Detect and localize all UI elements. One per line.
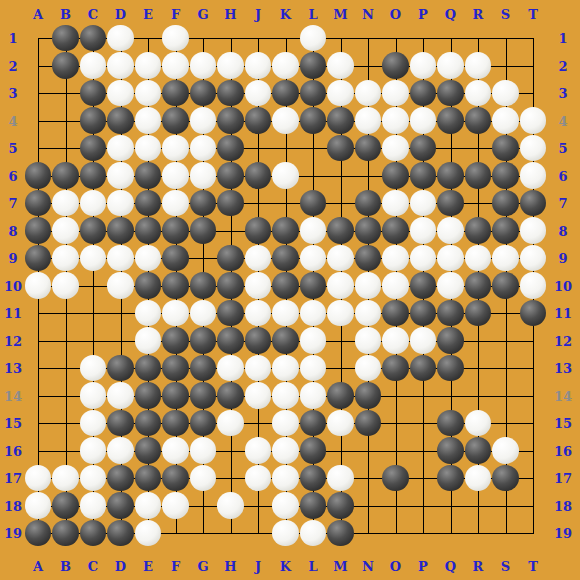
point-N18[interactable] (354, 492, 382, 520)
point-L4[interactable] (299, 107, 327, 135)
point-R7[interactable] (464, 189, 492, 217)
point-F12[interactable] (162, 327, 190, 355)
point-R2[interactable] (464, 52, 492, 80)
point-Q16[interactable] (437, 437, 465, 465)
point-K6[interactable] (272, 162, 300, 190)
point-E6[interactable] (134, 162, 162, 190)
point-R11[interactable] (464, 299, 492, 327)
point-O19[interactable] (382, 519, 410, 547)
point-H17[interactable] (217, 464, 245, 492)
point-O12[interactable] (382, 327, 410, 355)
point-Q11[interactable] (437, 299, 465, 327)
point-Q7[interactable] (437, 189, 465, 217)
point-B5[interactable] (52, 134, 80, 162)
point-B18[interactable] (52, 492, 80, 520)
point-O13[interactable] (382, 354, 410, 382)
point-O5[interactable] (382, 134, 410, 162)
point-Q9[interactable] (437, 244, 465, 272)
point-M8[interactable] (327, 217, 355, 245)
point-R8[interactable] (464, 217, 492, 245)
point-F7[interactable] (162, 189, 190, 217)
point-A18[interactable] (24, 492, 52, 520)
point-G14[interactable] (189, 382, 217, 410)
point-L18[interactable] (299, 492, 327, 520)
point-E15[interactable] (134, 409, 162, 437)
point-Q4[interactable] (437, 107, 465, 135)
point-N6[interactable] (354, 162, 382, 190)
point-B19[interactable] (52, 519, 80, 547)
point-K3[interactable] (272, 79, 300, 107)
point-K12[interactable] (272, 327, 300, 355)
point-D13[interactable] (107, 354, 135, 382)
point-B16[interactable] (52, 437, 80, 465)
point-M6[interactable] (327, 162, 355, 190)
point-R16[interactable] (464, 437, 492, 465)
point-S17[interactable] (492, 464, 520, 492)
point-K13[interactable] (272, 354, 300, 382)
point-S9[interactable] (492, 244, 520, 272)
point-F19[interactable] (162, 519, 190, 547)
point-S11[interactable] (492, 299, 520, 327)
point-S1[interactable] (492, 24, 520, 52)
point-T15[interactable] (519, 409, 547, 437)
point-B4[interactable] (52, 107, 80, 135)
point-O10[interactable] (382, 272, 410, 300)
point-M12[interactable] (327, 327, 355, 355)
point-P10[interactable] (409, 272, 437, 300)
point-S12[interactable] (492, 327, 520, 355)
point-E7[interactable] (134, 189, 162, 217)
point-C16[interactable] (79, 437, 107, 465)
point-B14[interactable] (52, 382, 80, 410)
point-C10[interactable] (79, 272, 107, 300)
point-S4[interactable] (492, 107, 520, 135)
point-D17[interactable] (107, 464, 135, 492)
point-D4[interactable] (107, 107, 135, 135)
point-B9[interactable] (52, 244, 80, 272)
point-E1[interactable] (134, 24, 162, 52)
point-J9[interactable] (244, 244, 272, 272)
point-E8[interactable] (134, 217, 162, 245)
point-N7[interactable] (354, 189, 382, 217)
point-L11[interactable] (299, 299, 327, 327)
point-F3[interactable] (162, 79, 190, 107)
point-T3[interactable] (519, 79, 547, 107)
point-P6[interactable] (409, 162, 437, 190)
point-L5[interactable] (299, 134, 327, 162)
point-D8[interactable] (107, 217, 135, 245)
point-P16[interactable] (409, 437, 437, 465)
point-R4[interactable] (464, 107, 492, 135)
point-J6[interactable] (244, 162, 272, 190)
point-C9[interactable] (79, 244, 107, 272)
point-B11[interactable] (52, 299, 80, 327)
point-M4[interactable] (327, 107, 355, 135)
point-B7[interactable] (52, 189, 80, 217)
point-H2[interactable] (217, 52, 245, 80)
point-N19[interactable] (354, 519, 382, 547)
point-H18[interactable] (217, 492, 245, 520)
point-G5[interactable] (189, 134, 217, 162)
point-K8[interactable] (272, 217, 300, 245)
point-T2[interactable] (519, 52, 547, 80)
point-G8[interactable] (189, 217, 217, 245)
point-N13[interactable] (354, 354, 382, 382)
point-L15[interactable] (299, 409, 327, 437)
point-D19[interactable] (107, 519, 135, 547)
point-F18[interactable] (162, 492, 190, 520)
point-O7[interactable] (382, 189, 410, 217)
point-C2[interactable] (79, 52, 107, 80)
point-T10[interactable] (519, 272, 547, 300)
point-S5[interactable] (492, 134, 520, 162)
point-S2[interactable] (492, 52, 520, 80)
point-S10[interactable] (492, 272, 520, 300)
point-E9[interactable] (134, 244, 162, 272)
point-N12[interactable] (354, 327, 382, 355)
point-P14[interactable] (409, 382, 437, 410)
point-G12[interactable] (189, 327, 217, 355)
point-B8[interactable] (52, 217, 80, 245)
point-J13[interactable] (244, 354, 272, 382)
point-P2[interactable] (409, 52, 437, 80)
point-E12[interactable] (134, 327, 162, 355)
point-G16[interactable] (189, 437, 217, 465)
point-S13[interactable] (492, 354, 520, 382)
point-P19[interactable] (409, 519, 437, 547)
point-R9[interactable] (464, 244, 492, 272)
point-M15[interactable] (327, 409, 355, 437)
point-A8[interactable] (24, 217, 52, 245)
point-M7[interactable] (327, 189, 355, 217)
point-E13[interactable] (134, 354, 162, 382)
point-K16[interactable] (272, 437, 300, 465)
point-O18[interactable] (382, 492, 410, 520)
point-M18[interactable] (327, 492, 355, 520)
point-H5[interactable] (217, 134, 245, 162)
point-Q6[interactable] (437, 162, 465, 190)
point-R6[interactable] (464, 162, 492, 190)
point-D9[interactable] (107, 244, 135, 272)
point-R14[interactable] (464, 382, 492, 410)
point-C13[interactable] (79, 354, 107, 382)
point-T18[interactable] (519, 492, 547, 520)
point-D11[interactable] (107, 299, 135, 327)
point-F8[interactable] (162, 217, 190, 245)
point-T5[interactable] (519, 134, 547, 162)
point-R3[interactable] (464, 79, 492, 107)
point-Q12[interactable] (437, 327, 465, 355)
point-H19[interactable] (217, 519, 245, 547)
point-S15[interactable] (492, 409, 520, 437)
point-A13[interactable] (24, 354, 52, 382)
point-J5[interactable] (244, 134, 272, 162)
point-J15[interactable] (244, 409, 272, 437)
point-A4[interactable] (24, 107, 52, 135)
point-H7[interactable] (217, 189, 245, 217)
point-P7[interactable] (409, 189, 437, 217)
point-R13[interactable] (464, 354, 492, 382)
point-M9[interactable] (327, 244, 355, 272)
point-A5[interactable] (24, 134, 52, 162)
point-S18[interactable] (492, 492, 520, 520)
point-O15[interactable] (382, 409, 410, 437)
point-J1[interactable] (244, 24, 272, 52)
point-J2[interactable] (244, 52, 272, 80)
point-F11[interactable] (162, 299, 190, 327)
point-F14[interactable] (162, 382, 190, 410)
point-G9[interactable] (189, 244, 217, 272)
point-N3[interactable] (354, 79, 382, 107)
point-H12[interactable] (217, 327, 245, 355)
point-R12[interactable] (464, 327, 492, 355)
point-L6[interactable] (299, 162, 327, 190)
point-T6[interactable] (519, 162, 547, 190)
point-B2[interactable] (52, 52, 80, 80)
point-B6[interactable] (52, 162, 80, 190)
point-O17[interactable] (382, 464, 410, 492)
point-N8[interactable] (354, 217, 382, 245)
point-F5[interactable] (162, 134, 190, 162)
point-P4[interactable] (409, 107, 437, 135)
point-C4[interactable] (79, 107, 107, 135)
point-H16[interactable] (217, 437, 245, 465)
point-Q15[interactable] (437, 409, 465, 437)
point-P8[interactable] (409, 217, 437, 245)
point-P5[interactable] (409, 134, 437, 162)
point-M5[interactable] (327, 134, 355, 162)
point-C3[interactable] (79, 79, 107, 107)
point-G18[interactable] (189, 492, 217, 520)
point-A19[interactable] (24, 519, 52, 547)
point-N4[interactable] (354, 107, 382, 135)
point-M3[interactable] (327, 79, 355, 107)
point-J12[interactable] (244, 327, 272, 355)
point-K9[interactable] (272, 244, 300, 272)
point-K17[interactable] (272, 464, 300, 492)
point-P9[interactable] (409, 244, 437, 272)
point-D10[interactable] (107, 272, 135, 300)
point-T13[interactable] (519, 354, 547, 382)
point-Q1[interactable] (437, 24, 465, 52)
point-T11[interactable] (519, 299, 547, 327)
point-C18[interactable] (79, 492, 107, 520)
point-A15[interactable] (24, 409, 52, 437)
point-G11[interactable] (189, 299, 217, 327)
point-M13[interactable] (327, 354, 355, 382)
point-N15[interactable] (354, 409, 382, 437)
point-G10[interactable] (189, 272, 217, 300)
point-B3[interactable] (52, 79, 80, 107)
point-A7[interactable] (24, 189, 52, 217)
point-H8[interactable] (217, 217, 245, 245)
point-E2[interactable] (134, 52, 162, 80)
point-A1[interactable] (24, 24, 52, 52)
point-M19[interactable] (327, 519, 355, 547)
point-G7[interactable] (189, 189, 217, 217)
point-L3[interactable] (299, 79, 327, 107)
point-T17[interactable] (519, 464, 547, 492)
point-F2[interactable] (162, 52, 190, 80)
point-O1[interactable] (382, 24, 410, 52)
point-E14[interactable] (134, 382, 162, 410)
point-S16[interactable] (492, 437, 520, 465)
point-G15[interactable] (189, 409, 217, 437)
point-G2[interactable] (189, 52, 217, 80)
point-N2[interactable] (354, 52, 382, 80)
point-J19[interactable] (244, 519, 272, 547)
point-F6[interactable] (162, 162, 190, 190)
point-L8[interactable] (299, 217, 327, 245)
point-B13[interactable] (52, 354, 80, 382)
point-C1[interactable] (79, 24, 107, 52)
point-B12[interactable] (52, 327, 80, 355)
point-A12[interactable] (24, 327, 52, 355)
point-D18[interactable] (107, 492, 135, 520)
point-N5[interactable] (354, 134, 382, 162)
point-Q10[interactable] (437, 272, 465, 300)
point-C19[interactable] (79, 519, 107, 547)
point-J10[interactable] (244, 272, 272, 300)
point-J11[interactable] (244, 299, 272, 327)
point-A17[interactable] (24, 464, 52, 492)
point-A16[interactable] (24, 437, 52, 465)
point-C7[interactable] (79, 189, 107, 217)
point-Q18[interactable] (437, 492, 465, 520)
point-L7[interactable] (299, 189, 327, 217)
point-A11[interactable] (24, 299, 52, 327)
point-H13[interactable] (217, 354, 245, 382)
point-S6[interactable] (492, 162, 520, 190)
point-T16[interactable] (519, 437, 547, 465)
point-Q19[interactable] (437, 519, 465, 547)
point-B17[interactable] (52, 464, 80, 492)
point-F13[interactable] (162, 354, 190, 382)
point-D16[interactable] (107, 437, 135, 465)
point-Q5[interactable] (437, 134, 465, 162)
point-T19[interactable] (519, 519, 547, 547)
point-N11[interactable] (354, 299, 382, 327)
point-L16[interactable] (299, 437, 327, 465)
point-A9[interactable] (24, 244, 52, 272)
point-E4[interactable] (134, 107, 162, 135)
point-A2[interactable] (24, 52, 52, 80)
point-K1[interactable] (272, 24, 300, 52)
point-T1[interactable] (519, 24, 547, 52)
point-H9[interactable] (217, 244, 245, 272)
point-C6[interactable] (79, 162, 107, 190)
point-Q3[interactable] (437, 79, 465, 107)
point-E19[interactable] (134, 519, 162, 547)
point-K5[interactable] (272, 134, 300, 162)
point-T14[interactable] (519, 382, 547, 410)
point-Q14[interactable] (437, 382, 465, 410)
point-O9[interactable] (382, 244, 410, 272)
point-J8[interactable] (244, 217, 272, 245)
point-K19[interactable] (272, 519, 300, 547)
point-H6[interactable] (217, 162, 245, 190)
point-D15[interactable] (107, 409, 135, 437)
point-G1[interactable] (189, 24, 217, 52)
point-G3[interactable] (189, 79, 217, 107)
point-Q2[interactable] (437, 52, 465, 80)
point-E3[interactable] (134, 79, 162, 107)
point-L12[interactable] (299, 327, 327, 355)
point-Q8[interactable] (437, 217, 465, 245)
point-K4[interactable] (272, 107, 300, 135)
point-J18[interactable] (244, 492, 272, 520)
point-O2[interactable] (382, 52, 410, 80)
point-E5[interactable] (134, 134, 162, 162)
point-J3[interactable] (244, 79, 272, 107)
point-R19[interactable] (464, 519, 492, 547)
point-M2[interactable] (327, 52, 355, 80)
point-L2[interactable] (299, 52, 327, 80)
point-K15[interactable] (272, 409, 300, 437)
point-P11[interactable] (409, 299, 437, 327)
point-F10[interactable] (162, 272, 190, 300)
point-P3[interactable] (409, 79, 437, 107)
point-R5[interactable] (464, 134, 492, 162)
point-D7[interactable] (107, 189, 135, 217)
point-A6[interactable] (24, 162, 52, 190)
point-G4[interactable] (189, 107, 217, 135)
point-C5[interactable] (79, 134, 107, 162)
point-G17[interactable] (189, 464, 217, 492)
point-R1[interactable] (464, 24, 492, 52)
point-N10[interactable] (354, 272, 382, 300)
point-T4[interactable] (519, 107, 547, 135)
point-H14[interactable] (217, 382, 245, 410)
point-H4[interactable] (217, 107, 245, 135)
point-J16[interactable] (244, 437, 272, 465)
point-O14[interactable] (382, 382, 410, 410)
point-S8[interactable] (492, 217, 520, 245)
point-M17[interactable] (327, 464, 355, 492)
point-H10[interactable] (217, 272, 245, 300)
point-P13[interactable] (409, 354, 437, 382)
point-T9[interactable] (519, 244, 547, 272)
point-T8[interactable] (519, 217, 547, 245)
point-E11[interactable] (134, 299, 162, 327)
point-B10[interactable] (52, 272, 80, 300)
point-M16[interactable] (327, 437, 355, 465)
point-L14[interactable] (299, 382, 327, 410)
point-S7[interactable] (492, 189, 520, 217)
point-R10[interactable] (464, 272, 492, 300)
point-P15[interactable] (409, 409, 437, 437)
point-G19[interactable] (189, 519, 217, 547)
point-D5[interactable] (107, 134, 135, 162)
point-F9[interactable] (162, 244, 190, 272)
point-K18[interactable] (272, 492, 300, 520)
point-B15[interactable] (52, 409, 80, 437)
point-M11[interactable] (327, 299, 355, 327)
point-C11[interactable] (79, 299, 107, 327)
point-P17[interactable] (409, 464, 437, 492)
point-F16[interactable] (162, 437, 190, 465)
point-N9[interactable] (354, 244, 382, 272)
point-C14[interactable] (79, 382, 107, 410)
point-Q17[interactable] (437, 464, 465, 492)
point-O4[interactable] (382, 107, 410, 135)
point-D3[interactable] (107, 79, 135, 107)
point-R18[interactable] (464, 492, 492, 520)
point-R17[interactable] (464, 464, 492, 492)
point-O11[interactable] (382, 299, 410, 327)
point-A3[interactable] (24, 79, 52, 107)
point-L1[interactable] (299, 24, 327, 52)
